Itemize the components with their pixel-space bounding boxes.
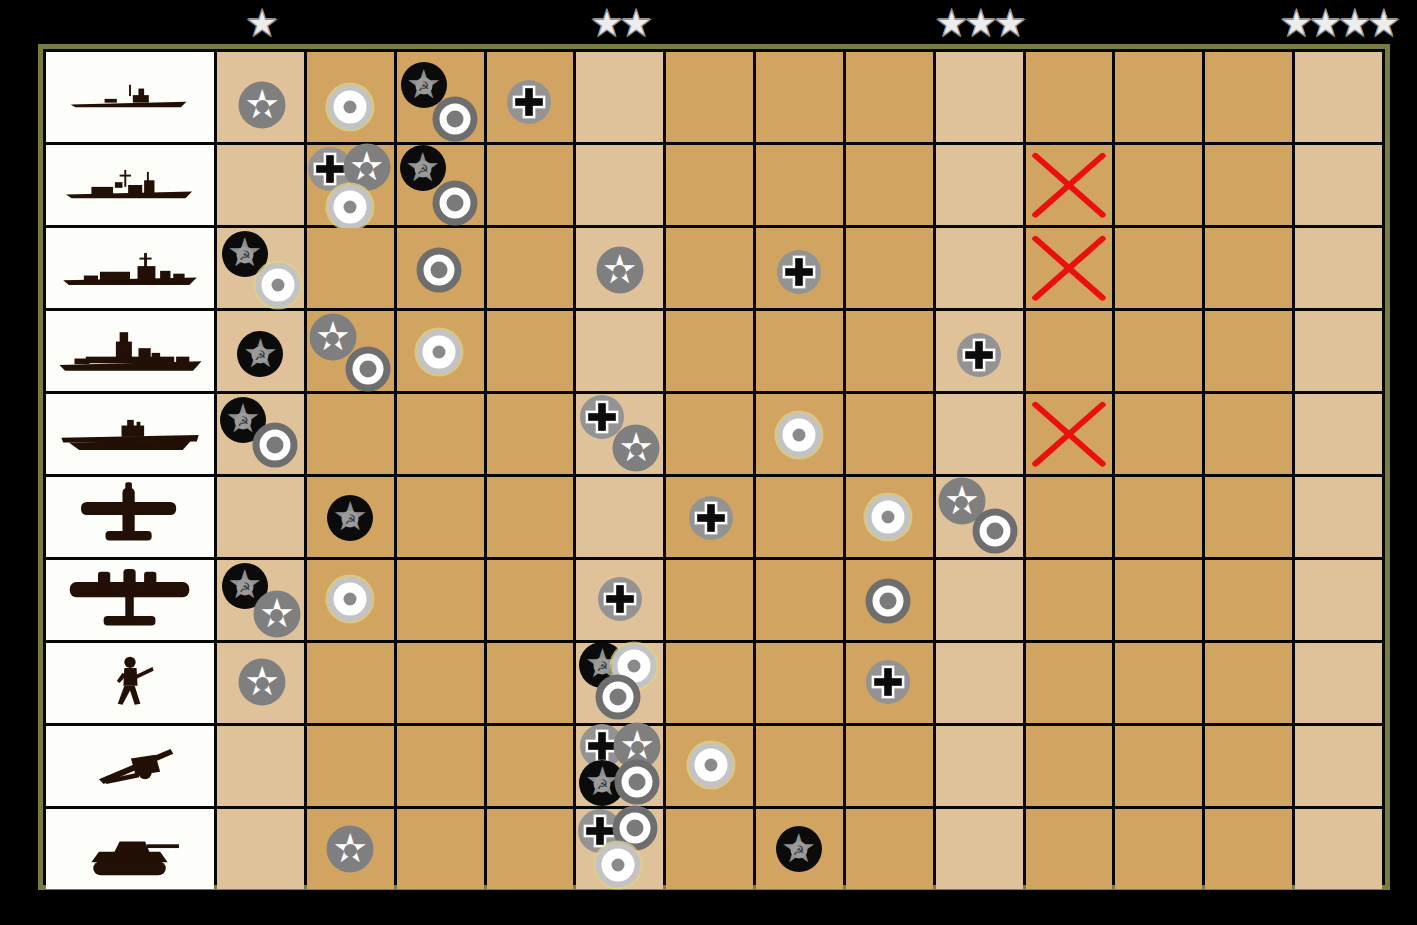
german-cross-token[interactable] xyxy=(866,660,910,704)
cell-infantry-col10[interactable] xyxy=(1026,643,1113,723)
cell-artillery-col3[interactable] xyxy=(397,726,484,806)
us-star-token[interactable]: ★ xyxy=(239,82,286,129)
cell-fighter-col3[interactable] xyxy=(397,477,484,557)
us-star-token[interactable]: ★ xyxy=(253,590,300,637)
balkenkreuz-icon xyxy=(779,252,819,292)
cell-aircraft-carrier-col9[interactable] xyxy=(936,394,1023,474)
cell-light-cruiser-col5[interactable]: ★ xyxy=(576,228,663,308)
cell-fighter-col1[interactable] xyxy=(217,477,304,557)
cell-aircraft-carrier-col7[interactable] xyxy=(756,394,843,474)
cell-battleship-col2[interactable]: ★ xyxy=(307,311,394,391)
balkenkreuz-icon xyxy=(691,498,731,538)
cell-destroyer-escort-col4[interactable] xyxy=(487,145,574,225)
cell-destroyer-col13[interactable] xyxy=(1295,52,1382,142)
cell-bomber-col7[interactable] xyxy=(756,560,843,640)
roundel-center-dot xyxy=(344,100,357,113)
milestone-star-icon: ★ xyxy=(993,2,1022,45)
cell-destroyer-col4[interactable] xyxy=(487,52,574,142)
destroyed-x-mark xyxy=(1029,399,1109,469)
cell-destroyer-escort-col6[interactable] xyxy=(666,145,753,225)
cell-destroyer-col7[interactable] xyxy=(756,52,843,142)
roundel-center-dot xyxy=(705,759,718,772)
cell-artillery-col6[interactable] xyxy=(666,726,753,806)
soviet-star-token[interactable]: ★☭ xyxy=(327,495,373,541)
us-star-token[interactable]: ★ xyxy=(613,424,660,471)
cell-tank-col6[interactable] xyxy=(666,809,753,889)
cell-bomber-col5[interactable] xyxy=(576,560,663,640)
roundel-center-dot xyxy=(629,774,646,791)
cell-destroyer-col5[interactable] xyxy=(576,52,663,142)
balkenkreuz-icon xyxy=(868,662,908,702)
cell-battleship-col9[interactable] xyxy=(936,311,1023,391)
cell-destroyer-escort-col12[interactable] xyxy=(1205,145,1292,225)
cell-destroyer-col9[interactable] xyxy=(936,52,1023,142)
hammer-sickle-icon: ☭ xyxy=(415,78,432,95)
milestone-star-icon: ★ xyxy=(1338,2,1367,45)
cell-infantry-col5[interactable]: ★☭ xyxy=(576,643,663,723)
cell-destroyer-escort-col13[interactable] xyxy=(1295,145,1382,225)
milestone-star-icon: ★ xyxy=(1309,2,1338,45)
cell-destroyer-escort-col1[interactable] xyxy=(217,145,304,225)
milestone-star-icon: ★ xyxy=(964,2,993,45)
cell-artillery-col11[interactable] xyxy=(1115,726,1202,806)
cell-infantry-col11[interactable] xyxy=(1115,643,1202,723)
roundel-center-dot xyxy=(431,261,448,278)
cell-bomber-col6[interactable] xyxy=(666,560,753,640)
cell-aircraft-carrier-col1[interactable]: ★☭ xyxy=(217,394,304,474)
roundel-center-dot xyxy=(446,194,463,211)
unit-silhouette-destroyer xyxy=(46,52,214,142)
cell-infantry-col6[interactable] xyxy=(666,643,753,723)
cell-battleship-col12[interactable] xyxy=(1205,311,1292,391)
cell-battleship-col10[interactable] xyxy=(1026,311,1113,391)
cell-tank-col4[interactable] xyxy=(487,809,574,889)
roundel-light-token[interactable] xyxy=(417,329,462,374)
roundel-light-token[interactable] xyxy=(328,184,373,229)
hammer-sickle-icon: ☭ xyxy=(235,412,252,429)
unit-silhouette-tank xyxy=(46,809,214,889)
milestone-star-icon: ★ xyxy=(935,2,964,45)
cell-light-cruiser-col7[interactable] xyxy=(756,228,843,308)
cell-fighter-col5[interactable] xyxy=(576,477,663,557)
cell-aircraft-carrier-col2[interactable] xyxy=(307,394,394,474)
cell-bomber-col1[interactable]: ★☭★ xyxy=(217,560,304,640)
soviet-star-token[interactable]: ★☭ xyxy=(237,331,283,377)
milestone-2-stars: ★★ xyxy=(590,6,648,42)
milestone-star-icon: ★ xyxy=(590,2,619,45)
cell-battleship-col6[interactable] xyxy=(666,311,753,391)
cell-bomber-col13[interactable] xyxy=(1295,560,1382,640)
cell-tank-col11[interactable] xyxy=(1115,809,1202,889)
roundel-center-dot xyxy=(882,511,895,524)
roundel-light-token[interactable] xyxy=(866,495,911,540)
cell-destroyer-col2[interactable] xyxy=(307,52,394,142)
cell-destroyer-escort-col5[interactable] xyxy=(576,145,663,225)
balkenkreuz-icon xyxy=(959,335,999,375)
cell-tank-col7[interactable]: ★☭ xyxy=(756,809,843,889)
tank-icon xyxy=(50,809,210,889)
cell-destroyer-col10[interactable] xyxy=(1026,52,1113,142)
unit-silhouette-infantry xyxy=(46,643,214,723)
hammer-sickle-icon: ☭ xyxy=(594,657,611,674)
soviet-star-token[interactable]: ★☭ xyxy=(400,145,446,191)
roundel-dark-token[interactable] xyxy=(866,578,911,623)
unit-silhouette-light-cruiser xyxy=(46,228,214,308)
cell-aircraft-carrier-col10[interactable] xyxy=(1026,394,1113,474)
cell-light-cruiser-col9[interactable] xyxy=(936,228,1023,308)
cell-infantry-col13[interactable] xyxy=(1295,643,1382,723)
german-cross-token[interactable] xyxy=(598,577,642,621)
milestone-1-stars: ★ xyxy=(245,6,274,42)
unit-silhouette-artillery xyxy=(46,726,214,806)
cell-destroyer-col12[interactable] xyxy=(1205,52,1292,142)
milestone-star-strip: ★★★★★★★★★★ xyxy=(0,0,1417,44)
roundel-light-token[interactable] xyxy=(328,577,373,622)
unit-silhouette-fighter xyxy=(46,477,214,557)
milestone-star-icon: ★ xyxy=(245,2,274,45)
roundel-center-dot xyxy=(271,278,284,291)
hammer-sickle-icon: ☭ xyxy=(236,578,253,595)
cell-destroyer-col1[interactable]: ★ xyxy=(217,52,304,142)
hammer-sickle-icon: ☭ xyxy=(236,246,253,263)
us-star-token[interactable]: ★ xyxy=(343,143,390,190)
board-grid: ★★☭★★☭★☭★★☭★★☭★★☭★★☭★★★☭★★☭★★☭ xyxy=(46,52,1382,882)
cell-aircraft-carrier-col13[interactable] xyxy=(1295,394,1382,474)
cell-fighter-col11[interactable] xyxy=(1115,477,1202,557)
cell-artillery-col12[interactable] xyxy=(1205,726,1292,806)
cell-infantry-col9[interactable] xyxy=(936,643,1023,723)
roundel-light-token[interactable] xyxy=(776,412,821,457)
battleship-icon xyxy=(50,311,210,391)
balkenkreuz-icon xyxy=(600,579,640,619)
cell-fighter-col2[interactable]: ★☭ xyxy=(307,477,394,557)
cell-bomber-col2[interactable] xyxy=(307,560,394,640)
cell-infantry-col2[interactable] xyxy=(307,643,394,723)
cell-destroyer-col3[interactable]: ★☭ xyxy=(397,52,484,142)
cell-bomber-col9[interactable] xyxy=(936,560,1023,640)
cell-fighter-col10[interactable] xyxy=(1026,477,1113,557)
roundel-center-dot xyxy=(880,592,897,609)
roundel-light-token[interactable] xyxy=(255,262,300,307)
cell-tank-col3[interactable] xyxy=(397,809,484,889)
cell-destroyer-escort-col3[interactable]: ★☭ xyxy=(397,145,484,225)
roundel-dark-token[interactable] xyxy=(417,247,462,292)
cell-destroyer-col6[interactable] xyxy=(666,52,753,142)
roundel-center-dot xyxy=(344,593,357,606)
cell-artillery-col9[interactable] xyxy=(936,726,1023,806)
cell-aircraft-carrier-col6[interactable] xyxy=(666,394,753,474)
cell-infantry-col7[interactable] xyxy=(756,643,843,723)
us-star-token[interactable]: ★ xyxy=(327,826,374,873)
roundel-dark-token[interactable] xyxy=(253,423,298,468)
balkenkreuz-icon xyxy=(582,397,622,437)
cell-artillery-col4[interactable] xyxy=(487,726,574,806)
german-cross-token[interactable] xyxy=(507,80,551,124)
cell-destroyer-escort-col2[interactable]: ★ xyxy=(307,145,394,225)
cell-destroyer-escort-col11[interactable] xyxy=(1115,145,1202,225)
roundel-center-dot xyxy=(344,200,357,213)
unit-silhouette-aircraft-carrier xyxy=(46,394,214,474)
roundel-dark-token[interactable] xyxy=(345,347,390,392)
cell-light-cruiser-col3[interactable] xyxy=(397,228,484,308)
cell-light-cruiser-col8[interactable] xyxy=(846,228,933,308)
cell-destroyer-col11[interactable] xyxy=(1115,52,1202,142)
roundel-dark-token[interactable] xyxy=(432,180,477,225)
cell-fighter-col6[interactable] xyxy=(666,477,753,557)
cell-bomber-col4[interactable] xyxy=(487,560,574,640)
destroyer-icon xyxy=(50,57,210,137)
cell-battleship-col1[interactable]: ★☭ xyxy=(217,311,304,391)
cell-aircraft-carrier-col8[interactable] xyxy=(846,394,933,474)
artillery-icon xyxy=(50,726,210,806)
cell-battleship-col3[interactable] xyxy=(397,311,484,391)
hammer-sickle-icon: ☭ xyxy=(790,841,807,858)
milestone-4-stars: ★★★★ xyxy=(1280,6,1397,42)
light-cruiser-icon xyxy=(50,228,210,308)
cell-destroyer-escort-col9[interactable] xyxy=(936,145,1023,225)
german-cross-token[interactable] xyxy=(957,333,1001,377)
roundel-dark-token[interactable] xyxy=(596,674,641,719)
cell-tank-col10[interactable] xyxy=(1026,809,1113,889)
cell-artillery-col10[interactable] xyxy=(1026,726,1113,806)
cell-battleship-col4[interactable] xyxy=(487,311,574,391)
roundel-center-dot xyxy=(446,110,463,127)
cell-artillery-col8[interactable] xyxy=(846,726,933,806)
roundel-center-dot xyxy=(267,437,284,454)
cell-tank-col1[interactable] xyxy=(217,809,304,889)
cell-aircraft-carrier-col4[interactable] xyxy=(487,394,574,474)
cell-fighter-col9[interactable]: ★ xyxy=(936,477,1023,557)
roundel-center-dot xyxy=(626,820,643,837)
cell-destroyer-col8[interactable] xyxy=(846,52,933,142)
hammer-sickle-icon: ☭ xyxy=(594,775,611,792)
roundel-dark-token[interactable] xyxy=(615,760,660,805)
milestone-star-icon: ★ xyxy=(1367,2,1396,45)
soviet-star-token[interactable]: ★☭ xyxy=(776,826,822,872)
destroyed-x-mark xyxy=(1029,150,1109,220)
cell-light-cruiser-col12[interactable] xyxy=(1205,228,1292,308)
cell-fighter-col8[interactable] xyxy=(846,477,933,557)
cell-light-cruiser-col4[interactable] xyxy=(487,228,574,308)
cell-battleship-col5[interactable] xyxy=(576,311,663,391)
cell-fighter-col4[interactable] xyxy=(487,477,574,557)
german-cross-token[interactable] xyxy=(689,496,733,540)
roundel-center-dot xyxy=(792,428,805,441)
infantry-icon xyxy=(50,643,210,723)
cell-artillery-col2[interactable] xyxy=(307,726,394,806)
cell-bomber-col11[interactable] xyxy=(1115,560,1202,640)
roundel-light-token[interactable] xyxy=(689,743,734,788)
cell-light-cruiser-col1[interactable]: ★☭ xyxy=(217,228,304,308)
milestone-star-icon: ★ xyxy=(1280,2,1309,45)
cell-infantry-col8[interactable] xyxy=(846,643,933,723)
roundel-center-dot xyxy=(610,688,627,705)
cell-destroyer-escort-col10[interactable] xyxy=(1026,145,1113,225)
unit-silhouette-battleship xyxy=(46,311,214,391)
kill-tally-board: ★★☭★★☭★☭★★☭★★☭★★☭★★☭★★★☭★★☭★★☭ xyxy=(38,44,1390,890)
cell-bomber-col8[interactable] xyxy=(846,560,933,640)
milestone-3-stars: ★★★ xyxy=(935,6,1023,42)
hammer-sickle-icon: ☭ xyxy=(252,347,269,364)
cell-tank-col2[interactable]: ★ xyxy=(307,809,394,889)
cell-fighter-col12[interactable] xyxy=(1205,477,1292,557)
cell-aircraft-carrier-col11[interactable] xyxy=(1115,394,1202,474)
us-star-token[interactable]: ★ xyxy=(596,246,643,293)
aircraft-carrier-icon xyxy=(50,394,210,474)
cell-light-cruiser-col13[interactable] xyxy=(1295,228,1382,308)
hammer-sickle-icon: ☭ xyxy=(414,161,431,178)
roundel-center-dot xyxy=(433,345,446,358)
cell-destroyer-escort-col7[interactable] xyxy=(756,145,843,225)
cell-light-cruiser-col10[interactable] xyxy=(1026,228,1113,308)
destroyer-escort-icon xyxy=(50,145,210,225)
roundel-center-dot xyxy=(359,361,376,378)
cell-aircraft-carrier-col3[interactable] xyxy=(397,394,484,474)
cell-tank-col5[interactable] xyxy=(576,809,663,889)
cell-infantry-col3[interactable] xyxy=(397,643,484,723)
us-star-token[interactable]: ★ xyxy=(239,659,286,706)
unit-silhouette-bomber xyxy=(46,560,214,640)
cell-battleship-col13[interactable] xyxy=(1295,311,1382,391)
cell-infantry-col1[interactable]: ★ xyxy=(217,643,304,723)
unit-silhouette-destroyer-escort xyxy=(46,145,214,225)
roundel-light-token[interactable] xyxy=(596,843,641,888)
cell-fighter-col13[interactable] xyxy=(1295,477,1382,557)
milestone-star-icon: ★ xyxy=(619,2,648,45)
cell-battleship-col7[interactable] xyxy=(756,311,843,391)
cell-destroyer-escort-col8[interactable] xyxy=(846,145,933,225)
cell-infantry-col12[interactable] xyxy=(1205,643,1292,723)
destroyed-x-mark xyxy=(1029,233,1109,303)
cell-artillery-col13[interactable] xyxy=(1295,726,1382,806)
cell-battleship-col8[interactable] xyxy=(846,311,933,391)
us-star-token[interactable]: ★ xyxy=(309,313,356,360)
cell-artillery-col7[interactable] xyxy=(756,726,843,806)
cell-infantry-col4[interactable] xyxy=(487,643,574,723)
roundel-center-dot xyxy=(612,859,625,872)
german-cross-token[interactable] xyxy=(777,250,821,294)
fighter-icon xyxy=(50,477,210,557)
cell-tank-col13[interactable] xyxy=(1295,809,1382,889)
cell-light-cruiser-col11[interactable] xyxy=(1115,228,1202,308)
cell-light-cruiser-col2[interactable] xyxy=(307,228,394,308)
cell-bomber-col3[interactable] xyxy=(397,560,484,640)
cell-aircraft-carrier-col12[interactable] xyxy=(1205,394,1292,474)
cell-bomber-col10[interactable] xyxy=(1026,560,1113,640)
hammer-sickle-icon: ☭ xyxy=(342,510,359,527)
cell-fighter-col7[interactable] xyxy=(756,477,843,557)
cell-tank-col8[interactable] xyxy=(846,809,933,889)
cell-light-cruiser-col6[interactable] xyxy=(666,228,753,308)
balkenkreuz-icon xyxy=(509,82,549,122)
roundel-center-dot xyxy=(986,522,1003,539)
cell-artillery-col5[interactable]: ★★☭ xyxy=(576,726,663,806)
cell-aircraft-carrier-col5[interactable]: ★ xyxy=(576,394,663,474)
cell-battleship-col11[interactable] xyxy=(1115,311,1202,391)
roundel-dark-token[interactable] xyxy=(972,508,1017,553)
cell-tank-col12[interactable] xyxy=(1205,809,1292,889)
roundel-dark-token[interactable] xyxy=(432,96,477,141)
roundel-light-token[interactable] xyxy=(328,84,373,129)
cell-tank-col9[interactable] xyxy=(936,809,1023,889)
cell-artillery-col1[interactable] xyxy=(217,726,304,806)
cell-bomber-col12[interactable] xyxy=(1205,560,1292,640)
roundel-center-dot xyxy=(627,660,640,673)
bomber-icon xyxy=(50,560,210,640)
